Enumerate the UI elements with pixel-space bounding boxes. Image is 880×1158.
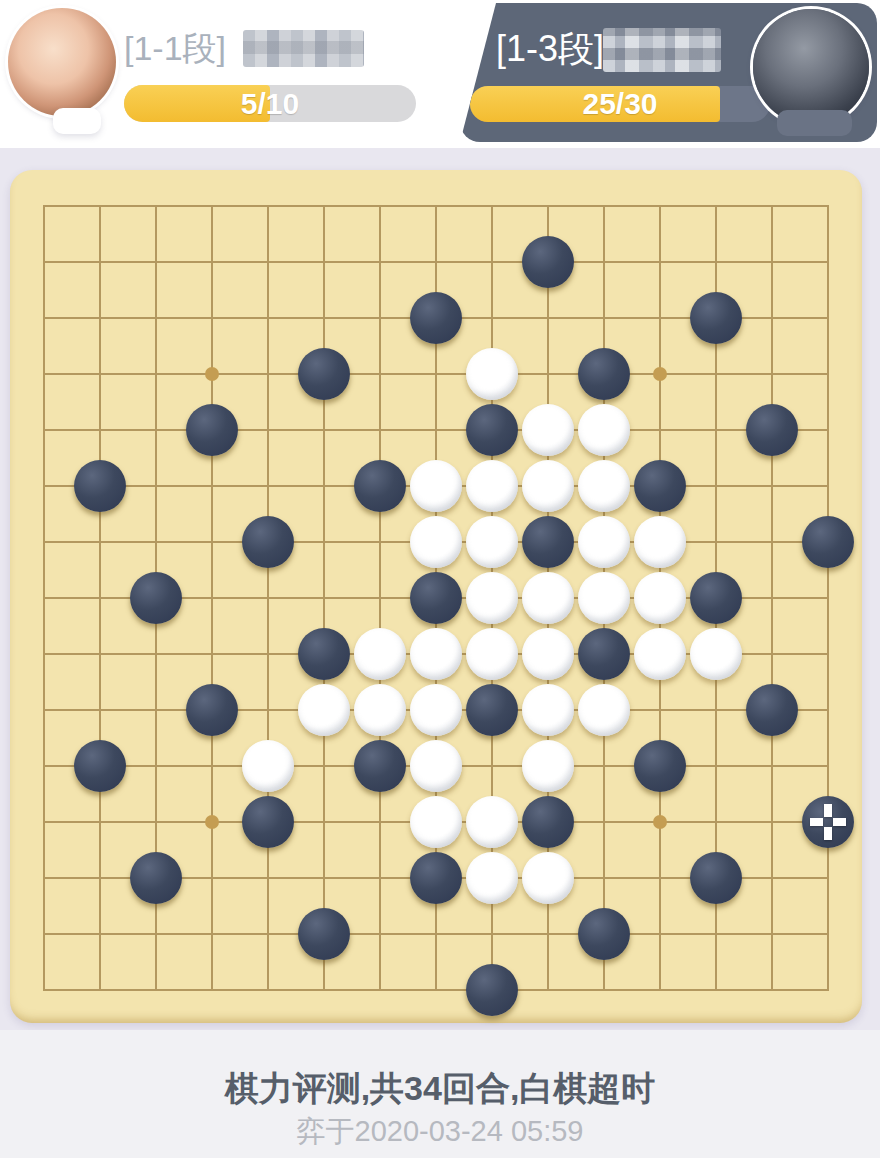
stone-black [354, 460, 406, 512]
stone-black [242, 796, 294, 848]
stone-white [410, 460, 462, 512]
stone-white [466, 572, 518, 624]
stone-black [634, 460, 686, 512]
game-record-screen: { "game": { "name": "gomoku", "name_cn":… [0, 0, 880, 1158]
stone-black [690, 852, 742, 904]
stone-black [242, 516, 294, 568]
left-player-name-blurred [243, 30, 364, 67]
stone-black [74, 740, 126, 792]
stone-white [522, 740, 574, 792]
stone-white [466, 516, 518, 568]
stone-white [522, 684, 574, 736]
stone-white [410, 796, 462, 848]
game-summary-text: 棋力评测,共34回合,白棋超时 [0, 1066, 880, 1112]
stone-black [522, 236, 574, 288]
stone-white [522, 460, 574, 512]
stone-white [410, 740, 462, 792]
stone-black [802, 796, 854, 848]
top-bar: [1-1段] 5/10 [1-3段] 25/30 [0, 0, 880, 148]
stone-black [466, 964, 518, 1016]
left-player-rank: [1-1段] [124, 26, 226, 72]
star-point [653, 367, 667, 381]
stone-black [690, 292, 742, 344]
stone-black [130, 572, 182, 624]
stone-white [634, 516, 686, 568]
stone-black [634, 740, 686, 792]
right-progress-bar: 25/30 [470, 86, 770, 122]
stone-white [410, 684, 462, 736]
right-player-name-blurred [603, 28, 721, 72]
stone-black [522, 796, 574, 848]
stone-white [578, 572, 630, 624]
right-avatar-tab [777, 110, 852, 136]
stone-white [466, 796, 518, 848]
stone-white [578, 460, 630, 512]
stone-black [522, 516, 574, 568]
stone-white [690, 628, 742, 680]
stone-white [410, 516, 462, 568]
stone-black [466, 404, 518, 456]
stone-white [522, 628, 574, 680]
footer: 棋力评测,共34回合,白棋超时 弈于2020-03-24 05:59 [0, 1030, 880, 1158]
stone-black [354, 740, 406, 792]
stone-black [578, 628, 630, 680]
right-progress-label: 25/30 [470, 86, 770, 122]
stone-black [74, 460, 126, 512]
stone-black [746, 404, 798, 456]
stone-black [410, 572, 462, 624]
stone-white [354, 628, 406, 680]
left-progress-label: 5/10 [124, 85, 416, 122]
stone-white [410, 628, 462, 680]
stone-black [690, 572, 742, 624]
star-point [205, 815, 219, 829]
stone-black [410, 852, 462, 904]
stone-white [522, 572, 574, 624]
stone-white [466, 348, 518, 400]
stone-black [802, 516, 854, 568]
stone-black [578, 908, 630, 960]
star-point [205, 367, 219, 381]
gomoku-board[interactable] [10, 170, 862, 1023]
stone-white [522, 404, 574, 456]
stone-white [634, 628, 686, 680]
last-move-cursor-icon [810, 804, 846, 840]
star-point [653, 815, 667, 829]
left-player-avatar[interactable] [8, 8, 116, 116]
right-player-avatar[interactable] [753, 9, 869, 125]
stone-white [298, 684, 350, 736]
stone-black [410, 292, 462, 344]
stone-black [298, 908, 350, 960]
stone-white [242, 740, 294, 792]
stone-white [466, 852, 518, 904]
stone-white [354, 684, 406, 736]
stone-black [298, 628, 350, 680]
stone-black [466, 684, 518, 736]
stone-black [130, 852, 182, 904]
stone-white [466, 628, 518, 680]
stone-white [466, 460, 518, 512]
stone-black [186, 404, 238, 456]
stone-black [298, 348, 350, 400]
right-player-rank: [1-3段] [496, 25, 604, 74]
game-date-text: 弈于2020-03-24 05:59 [0, 1112, 880, 1152]
stone-black [578, 348, 630, 400]
stone-white [578, 684, 630, 736]
stone-black [746, 684, 798, 736]
stone-white [578, 404, 630, 456]
stone-black [186, 684, 238, 736]
left-avatar-tab [53, 108, 101, 134]
stone-white [578, 516, 630, 568]
left-progress-bar: 5/10 [124, 85, 416, 122]
stone-white [522, 852, 574, 904]
stone-white [634, 572, 686, 624]
